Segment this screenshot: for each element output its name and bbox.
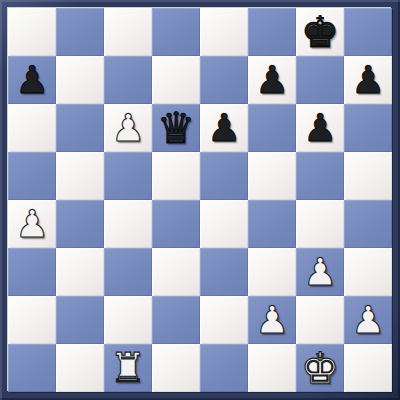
- square-d3[interactable]: [152, 248, 200, 296]
- black-pawn-a7: ♟: [15, 56, 49, 104]
- square-h5[interactable]: [344, 152, 392, 200]
- square-f7[interactable]: ♟: [248, 56, 296, 104]
- white-king-g1: ♚: [301, 344, 340, 392]
- square-c8[interactable]: [104, 8, 152, 56]
- square-e3[interactable]: [200, 248, 248, 296]
- square-c1[interactable]: ♜: [104, 344, 152, 392]
- black-pawn-h7: ♟: [351, 56, 385, 104]
- black-pawn-f7: ♟: [255, 56, 289, 104]
- square-b8[interactable]: [56, 8, 104, 56]
- square-b7[interactable]: [56, 56, 104, 104]
- white-pawn-h2: ♟: [351, 296, 385, 344]
- square-h3[interactable]: [344, 248, 392, 296]
- board-frame: ♚♟♟♟♟♛♟♟♟♟♟♟♜♚: [0, 0, 400, 400]
- square-e6[interactable]: ♟: [200, 104, 248, 152]
- square-g3[interactable]: ♟: [296, 248, 344, 296]
- black-queen-d6: ♛: [157, 104, 196, 152]
- square-a7[interactable]: ♟: [8, 56, 56, 104]
- black-pawn-e6: ♟: [207, 104, 241, 152]
- square-b6[interactable]: [56, 104, 104, 152]
- square-c7[interactable]: [104, 56, 152, 104]
- square-e4[interactable]: [200, 200, 248, 248]
- white-pawn-g3: ♟: [303, 248, 337, 296]
- square-e5[interactable]: [200, 152, 248, 200]
- square-h6[interactable]: [344, 104, 392, 152]
- square-g1[interactable]: ♚: [296, 344, 344, 392]
- square-f2[interactable]: ♟: [248, 296, 296, 344]
- square-d1[interactable]: [152, 344, 200, 392]
- square-f5[interactable]: [248, 152, 296, 200]
- square-h8[interactable]: [344, 8, 392, 56]
- square-h1[interactable]: [344, 344, 392, 392]
- white-pawn-c6: ♟: [111, 104, 145, 152]
- square-b3[interactable]: [56, 248, 104, 296]
- white-pawn-f2: ♟: [255, 296, 289, 344]
- square-d2[interactable]: [152, 296, 200, 344]
- black-pawn-g6: ♟: [303, 104, 337, 152]
- square-d8[interactable]: [152, 8, 200, 56]
- square-c4[interactable]: [104, 200, 152, 248]
- square-e7[interactable]: [200, 56, 248, 104]
- square-h2[interactable]: ♟: [344, 296, 392, 344]
- white-rook-c1: ♜: [110, 344, 147, 392]
- square-g2[interactable]: [296, 296, 344, 344]
- square-b4[interactable]: [56, 200, 104, 248]
- square-h7[interactable]: ♟: [344, 56, 392, 104]
- square-b2[interactable]: [56, 296, 104, 344]
- square-a6[interactable]: [8, 104, 56, 152]
- square-a2[interactable]: [8, 296, 56, 344]
- square-f4[interactable]: [248, 200, 296, 248]
- square-b5[interactable]: [56, 152, 104, 200]
- square-b1[interactable]: [56, 344, 104, 392]
- square-f8[interactable]: [248, 8, 296, 56]
- square-h4[interactable]: [344, 200, 392, 248]
- square-g4[interactable]: [296, 200, 344, 248]
- square-a1[interactable]: [8, 344, 56, 392]
- square-g7[interactable]: [296, 56, 344, 104]
- square-a5[interactable]: [8, 152, 56, 200]
- square-c5[interactable]: [104, 152, 152, 200]
- square-g5[interactable]: [296, 152, 344, 200]
- square-e2[interactable]: [200, 296, 248, 344]
- square-f3[interactable]: [248, 248, 296, 296]
- square-d6[interactable]: ♛: [152, 104, 200, 152]
- square-a3[interactable]: [8, 248, 56, 296]
- square-d5[interactable]: [152, 152, 200, 200]
- chess-board: ♚♟♟♟♟♛♟♟♟♟♟♟♜♚: [8, 8, 392, 392]
- white-pawn-a4: ♟: [15, 200, 49, 248]
- square-a4[interactable]: ♟: [8, 200, 56, 248]
- black-king-g8: ♚: [301, 8, 340, 56]
- square-a8[interactable]: [8, 8, 56, 56]
- square-d4[interactable]: [152, 200, 200, 248]
- square-f6[interactable]: [248, 104, 296, 152]
- square-g6[interactable]: ♟: [296, 104, 344, 152]
- square-e8[interactable]: [200, 8, 248, 56]
- square-g8[interactable]: ♚: [296, 8, 344, 56]
- square-e1[interactable]: [200, 344, 248, 392]
- square-c6[interactable]: ♟: [104, 104, 152, 152]
- square-c3[interactable]: [104, 248, 152, 296]
- square-c2[interactable]: [104, 296, 152, 344]
- square-d7[interactable]: [152, 56, 200, 104]
- square-f1[interactable]: [248, 344, 296, 392]
